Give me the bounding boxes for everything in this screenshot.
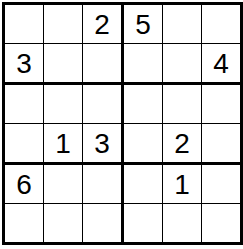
cell-r5c1[interactable]: 6: [5, 165, 44, 204]
cell-r1c2[interactable]: [44, 5, 83, 44]
given-digit: 2: [174, 129, 190, 158]
cell-r4c3[interactable]: 3: [83, 124, 124, 165]
cell-r1c6[interactable]: [202, 5, 240, 44]
cell-r5c6[interactable]: [202, 165, 240, 204]
cell-r4c1[interactable]: [5, 124, 44, 165]
given-digit: 5: [135, 10, 151, 39]
cell-r3c1[interactable]: [5, 85, 44, 124]
cell-r1c5[interactable]: [163, 5, 202, 44]
cell-r2c6[interactable]: 4: [202, 44, 240, 85]
cell-r6c2[interactable]: [44, 204, 83, 242]
cell-r6c6[interactable]: [202, 204, 240, 242]
given-digit: 1: [55, 129, 71, 158]
cell-r2c4[interactable]: [124, 44, 163, 85]
given-digit: 3: [94, 129, 110, 158]
sudoku-page: 253413261: [0, 0, 243, 249]
cell-r2c2[interactable]: [44, 44, 83, 85]
cell-r5c2[interactable]: [44, 165, 83, 204]
cell-r3c6[interactable]: [202, 85, 240, 124]
cell-r4c6[interactable]: [202, 124, 240, 165]
cell-r2c1[interactable]: 3: [5, 44, 44, 85]
cell-r3c3[interactable]: [83, 85, 124, 124]
cell-r3c4[interactable]: [124, 85, 163, 124]
cell-r6c3[interactable]: [83, 204, 124, 242]
cell-r4c5[interactable]: 2: [163, 124, 202, 165]
given-digit: 4: [213, 49, 229, 78]
cell-r4c2[interactable]: 1: [44, 124, 83, 165]
cell-r1c3[interactable]: 2: [83, 5, 124, 44]
cell-r1c4[interactable]: 5: [124, 5, 163, 44]
cell-r2c5[interactable]: [163, 44, 202, 85]
given-digit: 3: [16, 49, 32, 78]
given-digit: 1: [174, 170, 190, 199]
cell-r3c2[interactable]: [44, 85, 83, 124]
given-digit: 2: [94, 10, 110, 39]
cell-r2c3[interactable]: [83, 44, 124, 85]
sudoku-board: 253413261: [2, 2, 243, 245]
cell-r5c5[interactable]: 1: [163, 165, 202, 204]
cell-r1c1[interactable]: [5, 5, 44, 44]
cell-r6c1[interactable]: [5, 204, 44, 242]
cell-r5c4[interactable]: [124, 165, 163, 204]
given-digit: 6: [16, 170, 32, 199]
cell-r6c5[interactable]: [163, 204, 202, 242]
cell-r5c3[interactable]: [83, 165, 124, 204]
cell-r3c5[interactable]: [163, 85, 202, 124]
cell-r4c4[interactable]: [124, 124, 163, 165]
cell-r6c4[interactable]: [124, 204, 163, 242]
